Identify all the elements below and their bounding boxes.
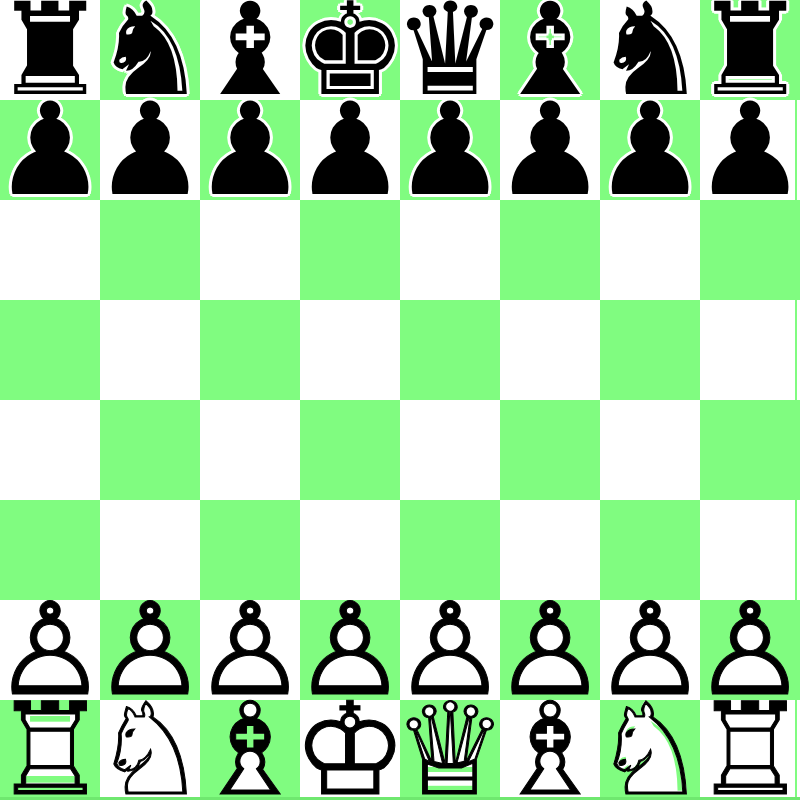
white-pawn[interactable]: ♟♙ xyxy=(300,600,400,700)
white-pawn-outline: ♙ xyxy=(200,600,300,700)
square-c1[interactable]: ♝♗ xyxy=(200,700,300,800)
white-knight-glyph: ♞ xyxy=(600,700,700,800)
white-pawn[interactable]: ♟♙ xyxy=(500,600,600,700)
white-pawn-outline: ♙ xyxy=(400,600,500,700)
square-d4[interactable] xyxy=(300,400,400,500)
square-g5[interactable] xyxy=(600,300,700,400)
board-right-edge-line xyxy=(795,0,797,800)
black-pawn-glyph: ♟ xyxy=(400,100,500,200)
square-d7[interactable]: ♟ xyxy=(300,100,400,200)
black-pawn-glyph: ♟ xyxy=(300,100,400,200)
square-g4[interactable] xyxy=(600,400,700,500)
chess-app-window: ♜♞♝♚♛♝♞♜♟♟♟♟♟♟♟♟♟♙♟♙♟♙♟♙♟♙♟♙♟♙♟♙♜♖♞♘♝♗♚♔… xyxy=(0,0,800,800)
square-g7[interactable]: ♟ xyxy=(600,100,700,200)
square-d5[interactable] xyxy=(300,300,400,400)
square-f2[interactable]: ♟♙ xyxy=(500,600,600,700)
square-b2[interactable]: ♟♙ xyxy=(100,600,200,700)
square-h1[interactable]: ♜♖ xyxy=(700,700,800,800)
square-d1[interactable]: ♚♔ xyxy=(300,700,400,800)
black-pawn[interactable]: ♟ xyxy=(100,100,200,200)
black-pawn-glyph: ♟ xyxy=(500,100,600,200)
square-g2[interactable]: ♟♙ xyxy=(600,600,700,700)
square-e7[interactable]: ♟ xyxy=(400,100,500,200)
white-rook-outline: ♖ xyxy=(700,700,800,800)
square-c5[interactable] xyxy=(200,300,300,400)
white-rook[interactable]: ♜♖ xyxy=(0,700,100,800)
white-bishop-outline: ♗ xyxy=(200,700,300,800)
black-king[interactable]: ♚ xyxy=(300,0,400,100)
white-pawn[interactable]: ♟♙ xyxy=(200,600,300,700)
black-pawn-glyph: ♟ xyxy=(100,100,200,200)
square-a8[interactable]: ♜ xyxy=(0,0,100,100)
black-bishop-glyph: ♝ xyxy=(500,0,600,100)
white-pawn[interactable]: ♟♙ xyxy=(600,600,700,700)
square-c8[interactable]: ♝ xyxy=(200,0,300,100)
black-knight[interactable]: ♞ xyxy=(100,0,200,100)
square-d8[interactable]: ♚ xyxy=(300,0,400,100)
white-pawn-glyph: ♟ xyxy=(600,600,700,700)
square-d2[interactable]: ♟♙ xyxy=(300,600,400,700)
white-pawn-glyph: ♟ xyxy=(300,600,400,700)
square-a4[interactable] xyxy=(0,400,100,500)
square-b1[interactable]: ♞♘ xyxy=(100,700,200,800)
square-d6[interactable] xyxy=(300,200,400,300)
square-c6[interactable] xyxy=(200,200,300,300)
black-pawn-glyph: ♟ xyxy=(0,100,100,200)
square-h7[interactable]: ♟ xyxy=(700,100,800,200)
white-pawn-glyph: ♟ xyxy=(100,600,200,700)
square-e1[interactable]: ♛♕ xyxy=(400,700,500,800)
square-a5[interactable] xyxy=(0,300,100,400)
square-g3[interactable] xyxy=(600,500,700,600)
black-pawn[interactable]: ♟ xyxy=(200,100,300,200)
white-bishop-glyph: ♝ xyxy=(500,700,600,800)
white-pawn[interactable]: ♟♙ xyxy=(100,600,200,700)
square-f8[interactable]: ♝ xyxy=(500,0,600,100)
white-rook-outline: ♖ xyxy=(0,700,100,800)
square-g6[interactable] xyxy=(600,200,700,300)
square-c7[interactable]: ♟ xyxy=(200,100,300,200)
white-pawn-glyph: ♟ xyxy=(200,600,300,700)
white-pawn[interactable]: ♟♙ xyxy=(400,600,500,700)
white-knight-glyph: ♞ xyxy=(100,700,200,800)
white-pawn-outline: ♙ xyxy=(700,600,800,700)
white-pawn-glyph: ♟ xyxy=(500,600,600,700)
square-h8[interactable]: ♜ xyxy=(700,0,800,100)
white-pawn-outline: ♙ xyxy=(500,600,600,700)
black-rook-glyph: ♜ xyxy=(0,0,100,100)
square-h4[interactable] xyxy=(700,400,800,500)
square-f4[interactable] xyxy=(500,400,600,500)
square-e6[interactable] xyxy=(400,200,500,300)
white-queen-glyph: ♛ xyxy=(400,700,500,800)
white-bishop-outline: ♗ xyxy=(500,700,600,800)
square-h2[interactable]: ♟♙ xyxy=(700,600,800,700)
white-bishop[interactable]: ♝♗ xyxy=(500,700,600,800)
square-b7[interactable]: ♟ xyxy=(100,100,200,200)
square-c3[interactable] xyxy=(200,500,300,600)
black-pawn[interactable]: ♟ xyxy=(500,100,600,200)
black-bishop[interactable]: ♝ xyxy=(500,0,600,100)
white-king-glyph: ♚ xyxy=(300,700,400,800)
white-pawn-outline: ♙ xyxy=(600,600,700,700)
black-queen[interactable]: ♛ xyxy=(400,0,500,100)
white-pawn-glyph: ♟ xyxy=(0,600,100,700)
black-rook[interactable]: ♜ xyxy=(0,0,100,100)
black-bishop-glyph: ♝ xyxy=(200,0,300,100)
white-rook[interactable]: ♜♖ xyxy=(700,700,800,800)
square-a6[interactable] xyxy=(0,200,100,300)
square-b4[interactable] xyxy=(100,400,200,500)
square-e5[interactable] xyxy=(400,300,500,400)
square-f6[interactable] xyxy=(500,200,600,300)
square-b8[interactable]: ♞ xyxy=(100,0,200,100)
white-rook-glyph: ♜ xyxy=(0,700,100,800)
square-c4[interactable] xyxy=(200,400,300,500)
black-knight[interactable]: ♞ xyxy=(600,0,700,100)
square-a3[interactable] xyxy=(0,500,100,600)
white-rook-glyph: ♜ xyxy=(700,700,800,800)
black-pawn[interactable]: ♟ xyxy=(0,100,100,200)
black-pawn[interactable]: ♟ xyxy=(700,100,800,200)
black-pawn-glyph: ♟ xyxy=(600,100,700,200)
black-rook[interactable]: ♜ xyxy=(700,0,800,100)
white-bishop-glyph: ♝ xyxy=(200,700,300,800)
square-f1[interactable]: ♝♗ xyxy=(500,700,600,800)
square-h5[interactable] xyxy=(700,300,800,400)
white-king[interactable]: ♚♔ xyxy=(300,700,400,800)
square-h3[interactable] xyxy=(700,500,800,600)
black-queen-glyph: ♛ xyxy=(400,0,500,100)
square-a7[interactable]: ♟ xyxy=(0,100,100,200)
black-pawn[interactable]: ♟ xyxy=(300,100,400,200)
square-h6[interactable] xyxy=(700,200,800,300)
black-pawn-glyph: ♟ xyxy=(700,100,800,200)
square-f3[interactable] xyxy=(500,500,600,600)
square-a2[interactable]: ♟♙ xyxy=(0,600,100,700)
black-king-glyph: ♚ xyxy=(300,0,400,100)
white-pawn[interactable]: ♟♙ xyxy=(700,600,800,700)
white-queen-outline: ♕ xyxy=(400,700,500,800)
square-d3[interactable] xyxy=(300,500,400,600)
square-g8[interactable]: ♞ xyxy=(600,0,700,100)
white-bishop[interactable]: ♝♗ xyxy=(200,700,300,800)
chess-board: ♜♞♝♚♛♝♞♜♟♟♟♟♟♟♟♟♟♙♟♙♟♙♟♙♟♙♟♙♟♙♟♙♜♖♞♘♝♗♚♔… xyxy=(0,0,800,800)
white-pawn-glyph: ♟ xyxy=(700,600,800,700)
white-king-outline: ♔ xyxy=(300,700,400,800)
black-pawn-glyph: ♟ xyxy=(200,100,300,200)
black-knight-glyph: ♞ xyxy=(100,0,200,100)
white-pawn[interactable]: ♟♙ xyxy=(0,600,100,700)
white-pawn-outline: ♙ xyxy=(100,600,200,700)
white-queen[interactable]: ♛♕ xyxy=(400,700,500,800)
square-e3[interactable] xyxy=(400,500,500,600)
square-b3[interactable] xyxy=(100,500,200,600)
square-e4[interactable] xyxy=(400,400,500,500)
square-b5[interactable] xyxy=(100,300,200,400)
square-b6[interactable] xyxy=(100,200,200,300)
white-pawn-outline: ♙ xyxy=(300,600,400,700)
white-knight[interactable]: ♞♘ xyxy=(100,700,200,800)
square-f5[interactable] xyxy=(500,300,600,400)
square-a1[interactable]: ♜♖ xyxy=(0,700,100,800)
white-knight[interactable]: ♞♘ xyxy=(600,700,700,800)
black-rook-glyph: ♜ xyxy=(700,0,800,100)
black-bishop[interactable]: ♝ xyxy=(200,0,300,100)
square-e8[interactable]: ♛ xyxy=(400,0,500,100)
white-pawn-outline: ♙ xyxy=(0,600,100,700)
square-e2[interactable]: ♟♙ xyxy=(400,600,500,700)
square-g1[interactable]: ♞♘ xyxy=(600,700,700,800)
square-f7[interactable]: ♟ xyxy=(500,100,600,200)
white-pawn-glyph: ♟ xyxy=(400,600,500,700)
square-c2[interactable]: ♟♙ xyxy=(200,600,300,700)
white-knight-outline: ♘ xyxy=(600,700,700,800)
black-pawn[interactable]: ♟ xyxy=(600,100,700,200)
white-knight-outline: ♘ xyxy=(100,700,200,800)
black-pawn[interactable]: ♟ xyxy=(400,100,500,200)
black-knight-glyph: ♞ xyxy=(600,0,700,100)
